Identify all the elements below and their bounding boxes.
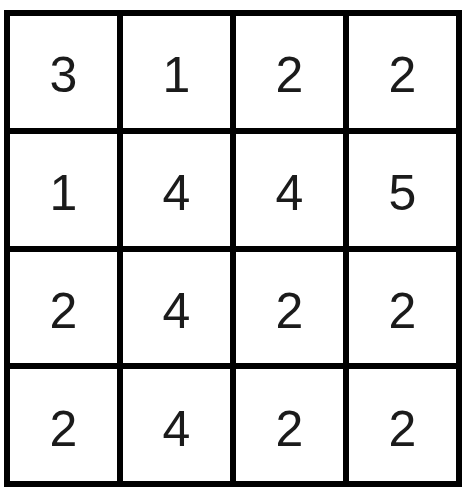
- grid-cell-r3c4: 2: [349, 252, 456, 364]
- grid-cell-r4c2: 4: [123, 369, 230, 481]
- grid-cell-r2c3: 4: [236, 134, 343, 246]
- grid-cell-r1c1: 3: [10, 16, 117, 128]
- grid-cell-r3c1: 2: [10, 252, 117, 364]
- grid-cell-r2c1: 1: [10, 134, 117, 246]
- number-grid-board: 3122144524222422: [4, 10, 462, 487]
- grid-cell-r1c4: 2: [349, 16, 456, 128]
- grid-cell-r3c3: 2: [236, 252, 343, 364]
- grid-cell-r2c2: 4: [123, 134, 230, 246]
- grid-cell-r4c4: 2: [349, 369, 456, 481]
- grid-cell-r1c2: 1: [123, 16, 230, 128]
- grid-cell-r1c3: 2: [236, 16, 343, 128]
- grid-cell-r2c4: 5: [349, 134, 456, 246]
- grid-cell-r4c3: 2: [236, 369, 343, 481]
- grid-cell-r4c1: 2: [10, 369, 117, 481]
- grid-cell-r3c2: 4: [123, 252, 230, 364]
